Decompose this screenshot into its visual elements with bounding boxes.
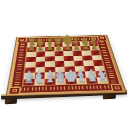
piece-gold-pawn[interactable]: ♟ — [55, 43, 62, 51]
square-g7[interactable]: ♟ — [80, 46, 90, 51]
piece-gold-pawn[interactable]: ♟ — [64, 43, 71, 51]
piece-gold-pawn[interactable]: ♟ — [37, 43, 44, 51]
square-a7[interactable]: ♟ — [27, 47, 36, 52]
piece-gold-pawn[interactable]: ♟ — [73, 43, 80, 51]
corner-spiral-motif — [97, 36, 107, 41]
square-f1[interactable]: ♝ — [76, 77, 87, 84]
square-h5[interactable] — [91, 55, 102, 60]
piece-gold-pawn[interactable]: ♟ — [82, 42, 89, 50]
piece-gold-pawn[interactable]: ♟ — [91, 42, 98, 50]
square-e7[interactable]: ♟ — [63, 46, 72, 51]
square-f7[interactable]: ♟ — [72, 46, 82, 51]
square-h1[interactable]: ♜ — [96, 77, 108, 84]
piece-silver-knight[interactable]: ♞ — [33, 73, 44, 86]
square-f5[interactable] — [73, 55, 83, 60]
square-c7[interactable]: ♟ — [45, 47, 54, 52]
piece-gold-pawn[interactable]: ♟ — [28, 44, 35, 52]
piece-silver-rook[interactable]: ♜ — [23, 74, 33, 85]
chess-board: ♜♞♝♛♚♝♞♜♟♟♟♟♟♟♟♟♟♟♟♟♟♟♟♟♜♞♝♛♚♝♞♜ — [6, 35, 127, 96]
square-d5[interactable] — [54, 56, 64, 61]
piece-silver-rook[interactable]: ♜ — [98, 72, 108, 83]
piece-silver-bishop[interactable]: ♝ — [76, 71, 88, 84]
chess-set-photo: ♜♞♝♛♚♝♞♜♟♟♟♟♟♟♟♟♟♟♟♟♟♟♟♟♜♞♝♛♚♝♞♜ — [0, 0, 128, 128]
square-b1[interactable]: ♞ — [34, 79, 45, 86]
piece-silver-knight[interactable]: ♞ — [86, 71, 97, 84]
square-b7[interactable]: ♟ — [36, 47, 45, 52]
piece-gold-pawn[interactable]: ♟ — [46, 43, 53, 51]
corner-spiral-motif — [8, 87, 21, 95]
square-g1[interactable]: ♞ — [86, 77, 98, 84]
corner-spiral-motif — [17, 38, 27, 43]
square-d7[interactable]: ♟ — [54, 46, 63, 51]
board-grid: ♜♞♝♛♚♝♞♜♟♟♟♟♟♟♟♟♟♟♟♟♟♟♟♟♜♞♝♛♚♝♞♜ — [23, 41, 108, 85]
square-h7[interactable]: ♟ — [89, 46, 99, 51]
corner-spiral-motif — [111, 84, 124, 91]
